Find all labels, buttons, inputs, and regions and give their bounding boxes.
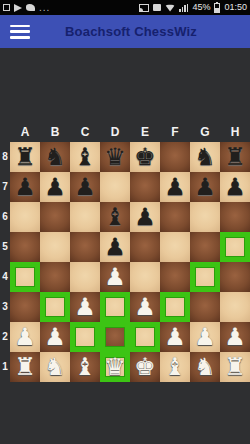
black-rook-h8: ♜ (224, 142, 246, 172)
square-c3[interactable]: ♟ (70, 292, 100, 322)
cast-icon (139, 4, 149, 12)
square-c5[interactable] (70, 232, 100, 262)
rank-label-8: 8 (0, 142, 10, 172)
black-king-e8: ♚ (134, 142, 156, 172)
square-g4[interactable] (190, 262, 220, 292)
square-b3[interactable] (40, 292, 70, 322)
square-h1[interactable]: ♜ (220, 352, 250, 382)
square-e3[interactable]: ♟ (130, 292, 160, 322)
black-pawn-h7: ♟ (224, 172, 246, 202)
file-label-d: D (100, 123, 130, 142)
file-label-h: H (220, 123, 250, 142)
square-f2[interactable]: ♟ (160, 322, 190, 352)
square-g5[interactable] (190, 232, 220, 262)
square-a3[interactable] (10, 292, 40, 322)
black-bishop-c8: ♝ (74, 142, 96, 172)
rank-label-2: 2 (0, 322, 10, 352)
rank-label-3: 3 (0, 292, 10, 322)
square-e2[interactable] (130, 322, 160, 352)
square-g1[interactable]: ♞ (190, 352, 220, 382)
white-pawn-d4: ♟ (104, 262, 126, 292)
black-pawn-e6: ♟ (134, 202, 156, 232)
square-d2[interactable] (100, 322, 130, 352)
file-label-f: F (160, 123, 190, 142)
file-label-e: E (130, 123, 160, 142)
square-g2[interactable]: ♟ (190, 322, 220, 352)
square-h7[interactable]: ♟ (220, 172, 250, 202)
file-labels: ABCDEFGH (10, 123, 250, 142)
square-d6[interactable]: ♝ (100, 202, 130, 232)
black-knight-b8: ♞ (44, 142, 66, 172)
signal-icon (179, 4, 188, 12)
square-h4[interactable] (220, 262, 250, 292)
clock: 01:50 (224, 0, 247, 15)
square-f3[interactable] (160, 292, 190, 322)
battery-icon (214, 3, 220, 13)
square-d4[interactable]: ♟ (100, 262, 130, 292)
white-pawn-g2: ♟ (194, 322, 216, 352)
square-c7[interactable]: ♟ (70, 172, 100, 202)
black-pawn-g7: ♟ (194, 172, 216, 202)
white-bishop-c1: ♝ (74, 352, 96, 382)
square-c6[interactable] (70, 202, 100, 232)
square-e5[interactable] (130, 232, 160, 262)
black-rook-a8: ♜ (14, 142, 36, 172)
phone-screen: ... 45% 01:50 Boachsoft ChessWiz ABCDEFG… (0, 0, 250, 444)
white-rook-a1: ♜ (14, 352, 36, 382)
rank-label-6: 6 (0, 202, 10, 232)
rank-label-7: 7 (0, 172, 10, 202)
white-pawn-a2: ♟ (14, 322, 36, 352)
white-pawn-e3: ♟ (134, 292, 156, 322)
black-pawn-d5: ♟ (104, 232, 126, 262)
square-d3[interactable] (100, 292, 130, 322)
rank-label-5: 5 (0, 232, 10, 262)
square-h3[interactable] (220, 292, 250, 322)
white-pawn-h2: ♟ (224, 322, 246, 352)
square-a7[interactable]: ♟ (10, 172, 40, 202)
white-bishop-f1: ♝ (164, 352, 186, 382)
square-f6[interactable] (160, 202, 190, 232)
rank-label-1: 1 (0, 352, 10, 382)
chess-board: ♜♞♝♛♚♞♜♟♟♟♟♟♟♝♟♟♟♟♟♟♟♟♟♟♜♞♝♛♚♝♞♜ (10, 142, 250, 382)
screenshot-icon (3, 4, 10, 11)
white-queen-d1: ♛ (104, 352, 126, 382)
black-pawn-b7: ♟ (44, 172, 66, 202)
rank-label-4: 4 (0, 262, 10, 292)
square-e6[interactable]: ♟ (130, 202, 160, 232)
square-a5[interactable] (10, 232, 40, 262)
square-d1[interactable]: ♛ (100, 352, 130, 382)
rank-labels: 87654321 (0, 142, 10, 382)
square-e4[interactable] (130, 262, 160, 292)
square-d7[interactable] (100, 172, 130, 202)
app-title: Boachsoft ChessWiz (30, 24, 232, 39)
status-right-icons: 45% 01:50 (139, 0, 247, 15)
square-g7[interactable]: ♟ (190, 172, 220, 202)
black-pawn-f7: ♟ (164, 172, 186, 202)
square-a1[interactable]: ♜ (10, 352, 40, 382)
square-c8[interactable]: ♝ (70, 142, 100, 172)
black-queen-d8: ♛ (104, 142, 126, 172)
black-pawn-c7: ♟ (74, 172, 96, 202)
square-e1[interactable]: ♚ (130, 352, 160, 382)
square-c4[interactable] (70, 262, 100, 292)
camera-icon (153, 4, 161, 11)
square-f4[interactable] (160, 262, 190, 292)
black-pawn-a7: ♟ (14, 172, 36, 202)
square-g3[interactable] (190, 292, 220, 322)
square-b6[interactable] (40, 202, 70, 232)
white-pawn-f2: ♟ (164, 322, 186, 352)
file-label-c: C (70, 123, 100, 142)
file-label-g: G (190, 123, 220, 142)
white-king-e1: ♚ (134, 352, 156, 382)
white-pawn-b2: ♟ (44, 322, 66, 352)
square-b5[interactable] (40, 232, 70, 262)
wifi-icon (165, 4, 175, 12)
status-bar: ... 45% 01:50 (0, 0, 250, 15)
menu-icon[interactable] (10, 25, 30, 39)
white-pawn-c3: ♟ (74, 292, 96, 322)
square-a4[interactable] (10, 262, 40, 292)
square-c2[interactable] (70, 322, 100, 352)
square-b8[interactable]: ♞ (40, 142, 70, 172)
square-a8[interactable]: ♜ (10, 142, 40, 172)
app-bar: Boachsoft ChessWiz (0, 15, 250, 48)
twitter-icon (26, 4, 35, 11)
square-f7[interactable]: ♟ (160, 172, 190, 202)
square-h2[interactable]: ♟ (220, 322, 250, 352)
square-a2[interactable]: ♟ (10, 322, 40, 352)
square-f8[interactable] (160, 142, 190, 172)
file-label-b: B (40, 123, 70, 142)
battery-percent: 45% (192, 0, 210, 15)
square-f5[interactable] (160, 232, 190, 262)
white-knight-b1: ♞ (44, 352, 66, 382)
square-e7[interactable] (130, 172, 160, 202)
black-knight-g8: ♞ (194, 142, 216, 172)
square-h8[interactable]: ♜ (220, 142, 250, 172)
square-g8[interactable]: ♞ (190, 142, 220, 172)
square-d8[interactable]: ♛ (100, 142, 130, 172)
black-bishop-d6: ♝ (104, 202, 126, 232)
square-b1[interactable]: ♞ (40, 352, 70, 382)
square-f1[interactable]: ♝ (160, 352, 190, 382)
square-g6[interactable] (190, 202, 220, 232)
white-rook-h1: ♜ (224, 352, 246, 382)
square-a6[interactable] (10, 202, 40, 232)
square-e8[interactable]: ♚ (130, 142, 160, 172)
square-c1[interactable]: ♝ (70, 352, 100, 382)
square-h6[interactable] (220, 202, 250, 232)
white-knight-g1: ♞ (194, 352, 216, 382)
square-b4[interactable] (40, 262, 70, 292)
square-h5[interactable] (220, 232, 250, 262)
more-notifications-icon: ... (39, 4, 50, 12)
file-label-a: A (10, 123, 40, 142)
square-d5[interactable]: ♟ (100, 232, 130, 262)
send-icon (14, 4, 22, 12)
square-b7[interactable]: ♟ (40, 172, 70, 202)
status-left-icons: ... (3, 4, 50, 12)
square-b2[interactable]: ♟ (40, 322, 70, 352)
